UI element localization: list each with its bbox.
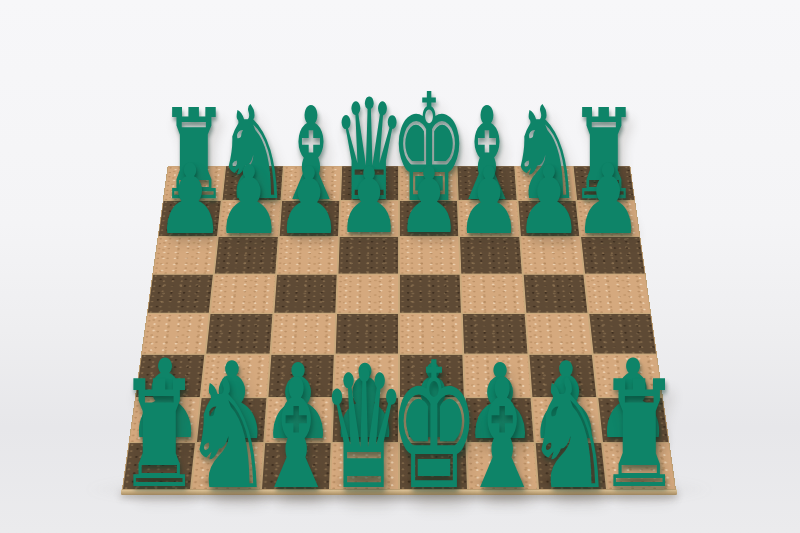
square-d8[interactable] [341, 166, 398, 200]
square-h5[interactable] [585, 275, 650, 313]
square-b6[interactable] [215, 237, 277, 273]
square-e7[interactable] [400, 201, 459, 236]
square-d1[interactable] [331, 443, 398, 489]
square-c2[interactable] [265, 398, 332, 442]
square-g2[interactable] [532, 398, 601, 442]
square-a5[interactable] [148, 275, 213, 313]
square-a2[interactable] [130, 398, 200, 442]
square-f8[interactable] [458, 166, 517, 200]
square-g6[interactable] [521, 237, 583, 273]
square-b2[interactable] [197, 398, 266, 442]
square-d4[interactable] [335, 314, 398, 354]
square-a3[interactable] [136, 355, 205, 397]
square-d7[interactable] [340, 201, 399, 236]
square-f1[interactable] [468, 443, 537, 489]
square-g8[interactable] [516, 166, 576, 200]
square-d5[interactable] [337, 275, 398, 313]
scene: ♜♞♝♛♚♝♞♜♟♟♟♟♟♟♟♟♟♟♟♟♟♟♟♟♜♞♝♛♚♝♞♜ [0, 0, 800, 533]
square-e6[interactable] [400, 237, 460, 273]
square-c4[interactable] [271, 314, 335, 354]
chess-board[interactable] [123, 166, 675, 489]
square-c3[interactable] [268, 355, 334, 397]
square-h4[interactable] [589, 314, 656, 354]
square-h8[interactable] [573, 166, 634, 200]
square-e2[interactable] [400, 398, 466, 442]
square-a6[interactable] [153, 237, 217, 273]
square-c6[interactable] [277, 237, 338, 273]
square-h6[interactable] [581, 237, 645, 273]
square-c8[interactable] [282, 166, 341, 200]
square-b8[interactable] [223, 166, 283, 200]
square-d2[interactable] [332, 398, 398, 442]
square-d3[interactable] [334, 355, 398, 397]
square-c1[interactable] [262, 443, 331, 489]
square-a4[interactable] [142, 314, 209, 354]
square-g3[interactable] [529, 355, 596, 397]
square-b7[interactable] [219, 201, 280, 236]
square-e4[interactable] [400, 314, 463, 354]
square-e8[interactable] [400, 166, 457, 200]
square-h2[interactable] [598, 398, 668, 442]
square-b3[interactable] [202, 355, 269, 397]
square-h7[interactable] [577, 201, 639, 236]
square-b4[interactable] [207, 314, 272, 354]
square-f3[interactable] [464, 355, 530, 397]
square-f4[interactable] [463, 314, 527, 354]
square-e5[interactable] [400, 275, 461, 313]
square-b1[interactable] [192, 443, 263, 489]
square-f7[interactable] [459, 201, 519, 236]
square-a8[interactable] [164, 166, 225, 200]
square-e3[interactable] [400, 355, 464, 397]
square-g1[interactable] [535, 443, 606, 489]
square-g5[interactable] [523, 275, 587, 313]
square-g7[interactable] [518, 201, 579, 236]
square-g4[interactable] [526, 314, 591, 354]
square-f6[interactable] [460, 237, 521, 273]
square-h1[interactable] [603, 443, 675, 489]
square-f5[interactable] [462, 275, 525, 313]
board-edge [121, 489, 677, 495]
square-a1[interactable] [123, 443, 195, 489]
square-a7[interactable] [159, 201, 221, 236]
square-e1[interactable] [400, 443, 467, 489]
square-b5[interactable] [211, 275, 275, 313]
square-h3[interactable] [593, 355, 662, 397]
square-c7[interactable] [279, 201, 339, 236]
square-c5[interactable] [274, 275, 337, 313]
square-f2[interactable] [466, 398, 533, 442]
square-d6[interactable] [338, 237, 398, 273]
